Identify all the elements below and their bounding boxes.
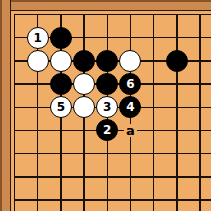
board-grid: 165342a	[3, 3, 211, 211]
stone-black	[50, 73, 72, 95]
board-frame-left	[0, 0, 11, 211]
stone-black	[96, 73, 118, 95]
board-frame-top	[0, 0, 211, 11]
stone-white-move-1: 1	[27, 27, 49, 49]
go-board-diagram: 165342a	[0, 0, 211, 211]
stone-black	[96, 50, 118, 72]
stone-white	[50, 50, 72, 72]
stone-black	[50, 27, 72, 49]
stone-black	[166, 50, 188, 72]
stone-white	[119, 50, 141, 72]
stone-white-move-3: 3	[96, 96, 118, 118]
stone-white	[27, 50, 49, 72]
board-label-a: a	[124, 124, 137, 137]
stone-black-move-4: 4	[119, 96, 141, 118]
stone-white-move-5: 5	[50, 96, 72, 118]
stone-white	[73, 73, 95, 95]
stone-black	[73, 50, 95, 72]
stone-black-move-2: 2	[96, 119, 118, 141]
stone-white	[73, 96, 95, 118]
stone-black-move-6: 6	[119, 73, 141, 95]
